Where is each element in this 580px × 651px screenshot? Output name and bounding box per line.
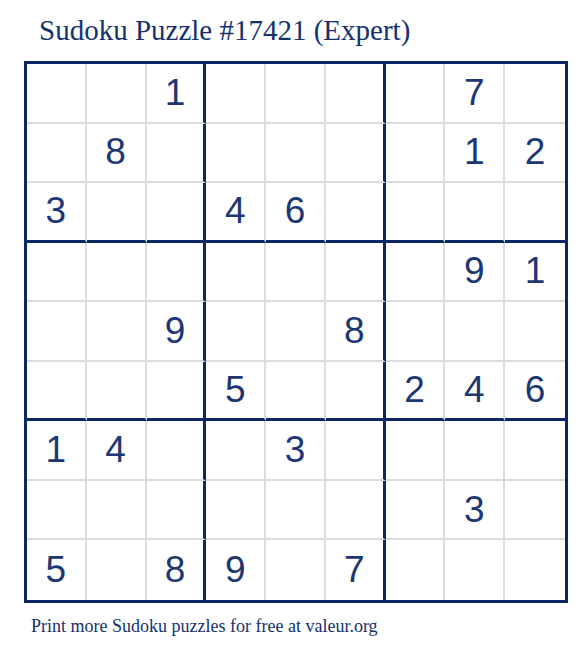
cell-r3c3[interactable] [147,183,207,243]
cell-r6c3[interactable] [147,362,207,422]
cell-r3c4[interactable]: 4 [206,183,266,243]
cell-r6c6[interactable] [326,362,386,422]
cell-r5c7[interactable] [386,302,446,362]
cell-r8c8[interactable]: 3 [445,481,505,541]
cell-r4c9[interactable]: 1 [505,243,565,303]
cell-r9c9[interactable] [505,540,565,600]
page-title: Sudoku Puzzle #17421 (Expert) [39,12,410,48]
cell-r3c6[interactable] [326,183,386,243]
cell-r9c4[interactable]: 9 [206,540,266,600]
footer-text: Print more Sudoku puzzles for free at va… [31,614,378,638]
cell-r2c7[interactable] [386,124,446,184]
cell-r3c8[interactable] [445,183,505,243]
cell-r2c6[interactable] [326,124,386,184]
cell-r3c5[interactable]: 6 [266,183,326,243]
cell-r1c1[interactable] [27,64,87,124]
cell-r5c1[interactable] [27,302,87,362]
cell-r8c7[interactable] [386,481,446,541]
cell-r6c2[interactable] [87,362,147,422]
cell-r9c3[interactable]: 8 [147,540,207,600]
cell-r6c5[interactable] [266,362,326,422]
cell-r9c7[interactable] [386,540,446,600]
cell-r5c4[interactable] [206,302,266,362]
cell-r1c2[interactable] [87,64,147,124]
cell-r7c9[interactable] [505,421,565,481]
cell-r2c4[interactable] [206,124,266,184]
cell-r1c7[interactable] [386,64,446,124]
sudoku-board: 178123469198524614335897 [24,61,568,603]
cell-r2c8[interactable]: 1 [445,124,505,184]
cell-r5c6[interactable]: 8 [326,302,386,362]
cell-r8c1[interactable] [27,481,87,541]
cell-r2c1[interactable] [27,124,87,184]
cell-r6c4[interactable]: 5 [206,362,266,422]
cell-r5c3[interactable]: 9 [147,302,207,362]
cell-r4c7[interactable] [386,243,446,303]
cell-r5c8[interactable] [445,302,505,362]
cell-r8c2[interactable] [87,481,147,541]
cell-r1c6[interactable] [326,64,386,124]
cell-r1c5[interactable] [266,64,326,124]
cell-r9c5[interactable] [266,540,326,600]
cell-r4c5[interactable] [266,243,326,303]
cell-r8c3[interactable] [147,481,207,541]
cell-r7c6[interactable] [326,421,386,481]
cell-r7c7[interactable] [386,421,446,481]
cell-r3c2[interactable] [87,183,147,243]
cell-r4c3[interactable] [147,243,207,303]
cell-r4c1[interactable] [27,243,87,303]
cell-r8c5[interactable] [266,481,326,541]
cell-r7c2[interactable]: 4 [87,421,147,481]
cell-r1c4[interactable] [206,64,266,124]
cell-r5c9[interactable] [505,302,565,362]
cell-r3c1[interactable]: 3 [27,183,87,243]
cell-r4c4[interactable] [206,243,266,303]
cell-r7c5[interactable]: 3 [266,421,326,481]
cell-r9c6[interactable]: 7 [326,540,386,600]
cell-r7c3[interactable] [147,421,207,481]
cell-r6c9[interactable]: 6 [505,362,565,422]
cell-r2c9[interactable]: 2 [505,124,565,184]
cell-r4c2[interactable] [87,243,147,303]
cell-r7c8[interactable] [445,421,505,481]
cell-r6c1[interactable] [27,362,87,422]
cell-r6c7[interactable]: 2 [386,362,446,422]
cell-r3c9[interactable] [505,183,565,243]
cell-r6c8[interactable]: 4 [445,362,505,422]
cell-r9c1[interactable]: 5 [27,540,87,600]
cell-r9c8[interactable] [445,540,505,600]
cell-r5c2[interactable] [87,302,147,362]
cell-r1c3[interactable]: 1 [147,64,207,124]
cell-r4c6[interactable] [326,243,386,303]
cell-r7c4[interactable] [206,421,266,481]
cell-r3c7[interactable] [386,183,446,243]
cell-r8c9[interactable] [505,481,565,541]
cell-r8c6[interactable] [326,481,386,541]
cell-r5c5[interactable] [266,302,326,362]
cell-r2c3[interactable] [147,124,207,184]
cell-r4c8[interactable]: 9 [445,243,505,303]
cell-r8c4[interactable] [206,481,266,541]
sudoku-page: Sudoku Puzzle #17421 (Expert) 1781234691… [0,0,580,651]
cell-r9c2[interactable] [87,540,147,600]
cell-r2c5[interactable] [266,124,326,184]
cell-r7c1[interactable]: 1 [27,421,87,481]
cell-r1c8[interactable]: 7 [445,64,505,124]
cell-r1c9[interactable] [505,64,565,124]
cell-r2c2[interactable]: 8 [87,124,147,184]
